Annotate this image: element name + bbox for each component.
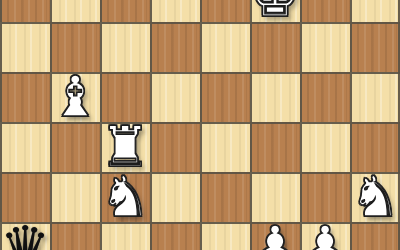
square-b4[interactable] [50,122,100,172]
square-h7[interactable] [350,0,400,22]
white-pawn-piece[interactable]: ♟ [300,222,350,250]
square-b3[interactable] [50,172,100,222]
square-e6[interactable] [200,22,250,72]
square-g5[interactable] [300,72,350,122]
square-h2[interactable] [350,222,400,250]
square-f5[interactable] [250,72,300,122]
white-bishop-piece[interactable]: ♝ [50,72,100,122]
square-e5[interactable] [200,72,250,122]
square-a7[interactable] [0,0,50,22]
square-h5[interactable] [350,72,400,122]
square-d7[interactable] [150,0,200,22]
white-knight-piece[interactable]: ♞ [350,172,400,222]
square-c7[interactable] [100,0,150,22]
square-c6[interactable] [100,22,150,72]
square-b7[interactable] [50,0,100,22]
square-d4[interactable] [150,122,200,172]
square-f6[interactable] [250,22,300,72]
square-e4[interactable] [200,122,250,172]
square-h6[interactable] [350,22,400,72]
square-f7[interactable]: ♚ [250,0,300,22]
square-e7[interactable] [200,0,250,22]
square-g7[interactable] [300,0,350,22]
square-g4[interactable] [300,122,350,172]
square-a5[interactable] [0,72,50,122]
square-a6[interactable] [0,22,50,72]
square-a2[interactable]: ♛ [0,222,50,250]
white-knight-piece[interactable]: ♞ [100,172,150,222]
square-g6[interactable] [300,22,350,72]
square-c3[interactable]: ♞ [100,172,150,222]
square-b2[interactable] [50,222,100,250]
square-g2[interactable]: ♟ [300,222,350,250]
square-e2[interactable] [200,222,250,250]
square-f4[interactable] [250,122,300,172]
square-d2[interactable] [150,222,200,250]
square-d6[interactable] [150,22,200,72]
square-f2[interactable]: ♟ [250,222,300,250]
black-queen-piece[interactable]: ♛ [0,222,50,250]
square-c2[interactable] [100,222,150,250]
square-b5[interactable]: ♝ [50,72,100,122]
square-d5[interactable] [150,72,200,122]
square-e3[interactable] [200,172,250,222]
square-d3[interactable] [150,172,200,222]
white-pawn-piece[interactable]: ♟ [250,222,300,250]
square-a4[interactable] [0,122,50,172]
board-grid: ♚♝♜♞♞♛♟♟ [0,0,400,250]
white-king-piece[interactable]: ♚ [250,0,300,22]
chess-board-diagram: ♚♝♜♞♞♛♟♟ [0,0,400,250]
square-h3[interactable]: ♞ [350,172,400,222]
